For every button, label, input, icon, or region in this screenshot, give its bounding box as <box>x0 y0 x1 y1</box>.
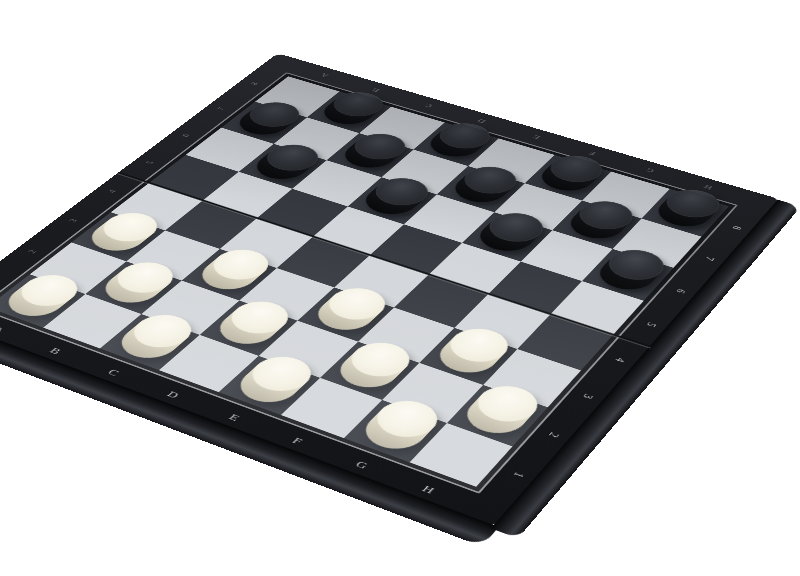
file-label-b: B <box>48 346 64 356</box>
rank-label-left-3: 3 <box>67 218 79 223</box>
rank-label-8: 8 <box>730 225 743 231</box>
file-label-d: D <box>165 389 182 399</box>
playing-surface <box>0 72 738 493</box>
file-label-c: C <box>106 367 122 377</box>
board-frame: AABBCCDDEEFFGGHH1122334455667788 <box>0 53 780 527</box>
product-photo-scene: AABBCCDDEEFFGGHH1122334455667788 <box>0 0 800 576</box>
rank-label-6: 6 <box>674 288 688 294</box>
file-label-back-e: E <box>532 134 542 140</box>
file-label-back-b: B <box>371 87 382 93</box>
rank-label-left-8: 8 <box>249 81 260 85</box>
file-label-back-f: F <box>588 150 598 156</box>
file-label-h: H <box>420 483 437 495</box>
rank-label-7: 7 <box>703 256 717 262</box>
file-label-e: E <box>227 412 242 422</box>
rank-label-left-5: 5 <box>144 160 155 165</box>
file-label-g: G <box>354 459 371 470</box>
file-label-a: A <box>0 325 7 335</box>
rank-label-2: 2 <box>547 431 562 439</box>
rank-label-4: 4 <box>613 356 627 363</box>
rank-label-left-4: 4 <box>106 188 118 193</box>
rank-label-1: 1 <box>511 471 526 479</box>
rank-label-left-6: 6 <box>180 133 191 138</box>
file-label-back-g: G <box>644 167 655 174</box>
file-label-back-c: C <box>423 102 434 108</box>
rank-label-3: 3 <box>581 393 596 400</box>
checkerboard-grid <box>0 76 729 486</box>
file-label-back-h: H <box>703 184 714 191</box>
file-label-back-d: D <box>476 118 487 124</box>
file-label-back-a: A <box>319 72 330 78</box>
rank-label-5: 5 <box>644 321 658 328</box>
rank-label-left-2: 2 <box>26 249 38 255</box>
rank-label-left-7: 7 <box>215 107 226 112</box>
file-label-f: F <box>290 435 305 445</box>
